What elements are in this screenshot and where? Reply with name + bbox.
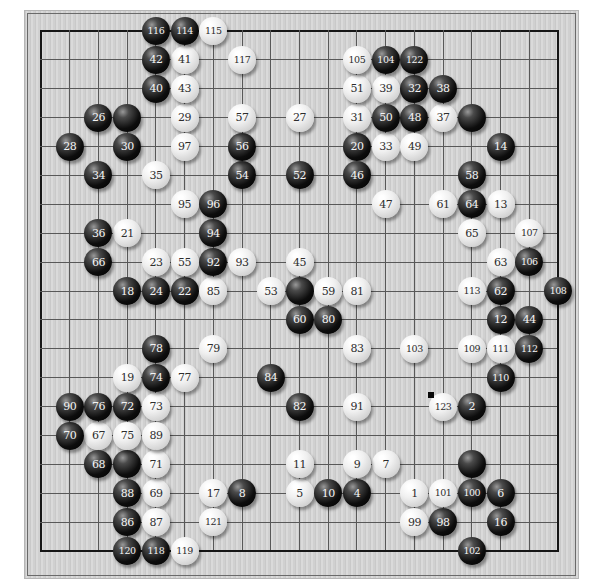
stone-move-121: 121 [199,508,227,536]
stone-move-75: 75 [113,422,141,450]
stone-move-78: 78 [142,335,170,363]
stone-move-30: 30 [113,133,141,161]
stone-move-45: 45 [286,248,314,276]
stone-move-114: 114 [171,17,199,45]
stone-move-94: 94 [199,219,227,247]
stone-handicap [286,277,314,305]
stone-move-14: 14 [487,133,515,161]
stone-move-112: 112 [515,335,543,363]
stone-move-29: 29 [171,104,199,132]
stone-move-92: 92 [199,248,227,276]
stone-move-26: 26 [84,104,112,132]
stone-move-13: 13 [487,190,515,218]
stone-move-44: 44 [515,306,543,334]
stone-move-49: 49 [400,133,428,161]
stone-move-2: 2 [458,393,486,421]
stone-move-36: 36 [84,219,112,247]
stone-handicap [113,104,141,132]
stone-move-28: 28 [56,133,84,161]
stone-move-118: 118 [142,537,170,565]
stone-move-35: 35 [142,161,170,189]
stone-move-34: 34 [84,161,112,189]
stone-move-89: 89 [142,422,170,450]
stone-move-56: 56 [228,133,256,161]
stone-move-73: 73 [142,393,170,421]
stone-move-54: 54 [228,161,256,189]
stone-move-48: 48 [400,104,428,132]
stone-move-83: 83 [343,335,371,363]
stone-move-102: 102 [458,537,486,565]
stone-move-77: 77 [171,364,199,392]
stone-move-67: 67 [84,422,112,450]
stone-move-11: 11 [286,450,314,478]
stone-move-99: 99 [400,508,428,536]
stone-move-104: 104 [372,46,400,74]
stone-move-116: 116 [142,17,170,45]
stone-move-57: 57 [228,104,256,132]
stone-move-32: 32 [400,75,428,103]
stone-move-62: 62 [487,277,515,305]
stone-move-33: 33 [372,133,400,161]
stone-move-53: 53 [257,277,285,305]
stone-move-91: 91 [343,393,371,421]
stone-move-113: 113 [458,277,486,305]
kifu-screenshot: 1245678910111213141617181920212223242627… [0,0,605,586]
stone-move-88: 88 [113,479,141,507]
stone-move-72: 72 [113,393,141,421]
stone-move-61: 61 [429,190,457,218]
stone-move-85: 85 [199,277,227,305]
stone-move-76: 76 [84,393,112,421]
stone-move-87: 87 [142,508,170,536]
stone-move-93: 93 [228,248,256,276]
stone-move-80: 80 [314,306,342,334]
stone-move-51: 51 [343,75,371,103]
stone-handicap [458,104,486,132]
stone-move-47: 47 [372,190,400,218]
stone-move-108: 108 [544,277,572,305]
stone-move-22: 22 [171,277,199,305]
stone-move-97: 97 [171,133,199,161]
stone-move-119: 119 [171,537,199,565]
stone-move-68: 68 [84,450,112,478]
stone-move-37: 37 [429,104,457,132]
stone-move-18: 18 [113,277,141,305]
stone-move-90: 90 [56,393,84,421]
stone-move-50: 50 [372,104,400,132]
stone-move-84: 84 [257,364,285,392]
stone-move-39: 39 [372,75,400,103]
stone-move-20: 20 [343,133,371,161]
stone-move-24: 24 [142,277,170,305]
stone-move-106: 106 [515,248,543,276]
stone-move-60: 60 [286,306,314,334]
stone-move-21: 21 [113,219,141,247]
stone-move-16: 16 [487,508,515,536]
stone-move-71: 71 [142,450,170,478]
stone-move-5: 5 [286,479,314,507]
stone-move-95: 95 [171,190,199,218]
stone-move-52: 52 [286,161,314,189]
stone-move-31: 31 [343,104,371,132]
stone-move-58: 58 [458,161,486,189]
stone-move-100: 100 [458,479,486,507]
last-move-marker [428,392,434,398]
stone-handicap [458,450,486,478]
stone-move-65: 65 [458,219,486,247]
stone-move-17: 17 [199,479,227,507]
stone-move-70: 70 [56,422,84,450]
stone-move-66: 66 [84,248,112,276]
stone-move-122: 122 [400,46,428,74]
stone-move-27: 27 [286,104,314,132]
stone-move-12: 12 [487,306,515,334]
stone-move-41: 41 [171,46,199,74]
stone-move-42: 42 [142,46,170,74]
stone-move-43: 43 [171,75,199,103]
stone-move-74: 74 [142,364,170,392]
stone-move-8: 8 [228,479,256,507]
stone-move-96: 96 [199,190,227,218]
stone-move-7: 7 [372,450,400,478]
stone-move-120: 120 [113,537,141,565]
stone-move-81: 81 [343,277,371,305]
stone-move-103: 103 [400,335,428,363]
stone-move-63: 63 [487,248,515,276]
stone-move-6: 6 [487,479,515,507]
stone-move-59: 59 [314,277,342,305]
stone-move-111: 111 [487,335,515,363]
stone-move-117: 117 [228,46,256,74]
stone-move-46: 46 [343,161,371,189]
stone-move-110: 110 [487,364,515,392]
stone-move-1: 1 [400,479,428,507]
stone-move-10: 10 [314,479,342,507]
stone-move-109: 109 [458,335,486,363]
stone-move-38: 38 [429,75,457,103]
stone-move-86: 86 [113,508,141,536]
stone-move-4: 4 [343,479,371,507]
stone-move-69: 69 [142,479,170,507]
stone-handicap [113,450,141,478]
stone-move-79: 79 [199,335,227,363]
go-board[interactable]: 1245678910111213141617181920212223242627… [25,11,578,578]
stone-move-107: 107 [515,219,543,247]
stone-move-23: 23 [142,248,170,276]
grid-line-vertical [529,30,530,552]
stone-move-105: 105 [343,46,371,74]
stone-move-55: 55 [171,248,199,276]
stone-move-19: 19 [113,364,141,392]
stone-move-98: 98 [429,508,457,536]
stone-move-64: 64 [458,190,486,218]
stone-move-9: 9 [343,450,371,478]
stone-move-115: 115 [199,17,227,45]
stone-move-82: 82 [286,393,314,421]
stone-move-40: 40 [142,75,170,103]
stone-move-101: 101 [429,479,457,507]
